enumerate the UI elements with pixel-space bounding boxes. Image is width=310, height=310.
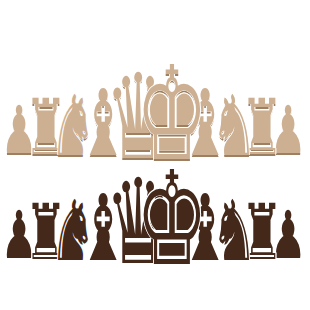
chess-set-photo: ♟♜♞♝♛♚♝♞♜♟ ♟♜♞♝♛♚♝♞♜♟ <box>0 0 310 310</box>
dark-king-6[interactable]: ♚ <box>136 154 208 284</box>
